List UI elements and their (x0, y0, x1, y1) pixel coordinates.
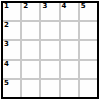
clue-number: 3 (42, 3, 47, 10)
cell-r5c3[interactable] (41, 80, 58, 97)
cell-r2c1[interactable]: 2 (3, 22, 20, 39)
clue-number: 4 (4, 61, 9, 68)
cell-r3c4[interactable] (61, 41, 78, 58)
cell-r1c1[interactable]: 1 (3, 3, 20, 20)
puzzle-board: 123452345 (1, 1, 99, 99)
cell-r4c5[interactable] (80, 61, 97, 78)
cell-r3c5[interactable] (80, 41, 97, 58)
cell-r2c5[interactable] (80, 22, 97, 39)
cell-r2c4[interactable] (61, 22, 78, 39)
clue-number: 4 (62, 3, 67, 10)
cell-r3c3[interactable] (41, 41, 58, 58)
cell-r2c2[interactable] (22, 22, 39, 39)
cell-r1c4[interactable]: 4 (61, 3, 78, 20)
cell-r2c3[interactable] (41, 22, 58, 39)
clue-number: 2 (23, 3, 28, 10)
cell-r4c3[interactable] (41, 61, 58, 78)
cell-r4c2[interactable] (22, 61, 39, 78)
cell-r1c2[interactable]: 2 (22, 3, 39, 20)
cell-r3c2[interactable] (22, 41, 39, 58)
clue-number: 2 (4, 22, 9, 29)
cell-r5c2[interactable] (22, 80, 39, 97)
clue-number: 3 (4, 41, 9, 48)
clue-number: 5 (81, 3, 86, 10)
clue-number: 1 (4, 3, 9, 10)
cell-r1c5[interactable]: 5 (80, 3, 97, 20)
clue-number: 5 (4, 80, 9, 87)
cell-r4c1[interactable]: 4 (3, 61, 20, 78)
cell-r4c4[interactable] (61, 61, 78, 78)
cell-r5c4[interactable] (61, 80, 78, 97)
cell-r5c5[interactable] (80, 80, 97, 97)
cell-r1c3[interactable]: 3 (41, 3, 58, 20)
cell-r5c1[interactable]: 5 (3, 80, 20, 97)
cell-r3c1[interactable]: 3 (3, 41, 20, 58)
